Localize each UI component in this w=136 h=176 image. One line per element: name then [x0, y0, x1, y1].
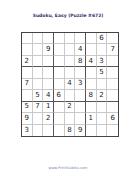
cell-r8c5-empty[interactable] — [65, 113, 76, 124]
cell-r4c5-empty[interactable] — [65, 67, 76, 78]
cell-r5c3-empty[interactable] — [43, 79, 54, 90]
cell-r8c1-given[interactable]: 9 — [22, 113, 33, 124]
cell-r3c4-empty[interactable] — [54, 56, 65, 67]
cell-r3c1-given[interactable]: 2 — [22, 56, 33, 67]
cell-r8c2-empty[interactable] — [33, 113, 44, 124]
cell-r1c5-empty[interactable] — [65, 33, 76, 44]
cell-r1c9-empty[interactable] — [107, 33, 118, 44]
cell-r8c3-given[interactable]: 2 — [43, 113, 54, 124]
cell-r1c1-empty[interactable] — [22, 33, 33, 44]
cell-r9c1-given[interactable]: 3 — [22, 125, 33, 136]
cell-r4c2-empty[interactable] — [33, 67, 44, 78]
cell-r9c2-empty[interactable] — [33, 125, 44, 136]
page-title: Sudoku, Easy (Puzzle #672) — [0, 13, 136, 19]
cell-r5c1-given[interactable]: 7 — [22, 79, 33, 90]
cell-r1c4-empty[interactable] — [54, 33, 65, 44]
cell-r1c6-empty[interactable] — [75, 33, 86, 44]
cell-r5c9-empty[interactable] — [107, 79, 118, 90]
cell-r7c5-given[interactable]: 2 — [65, 102, 76, 113]
cell-r6c1-empty[interactable] — [22, 90, 33, 101]
cell-r3c9-empty[interactable] — [107, 56, 118, 67]
cell-r4c7-empty[interactable] — [86, 67, 97, 78]
footer-url[interactable]: www.PrintSudoku.com — [0, 166, 136, 171]
cell-r8c6-empty[interactable] — [75, 113, 86, 124]
cell-r3c8-given[interactable]: 3 — [97, 56, 108, 67]
cell-r4c1-empty[interactable] — [22, 67, 33, 78]
cell-r9c7-empty[interactable] — [86, 125, 97, 136]
cell-r4c4-empty[interactable] — [54, 67, 65, 78]
cell-r3c3-empty[interactable] — [43, 56, 54, 67]
cell-r6c7-given[interactable]: 8 — [86, 90, 97, 101]
cell-r7c8-empty[interactable] — [97, 102, 108, 113]
cell-r6c6-empty[interactable] — [75, 90, 86, 101]
cell-r2c3-given[interactable]: 9 — [43, 44, 54, 55]
cell-r2c2-empty[interactable] — [33, 44, 44, 55]
cell-r4c6-empty[interactable] — [75, 67, 86, 78]
cell-r2c4-empty[interactable] — [54, 44, 65, 55]
cell-r9c4-empty[interactable] — [54, 125, 65, 136]
cell-r5c6-given[interactable]: 3 — [75, 79, 86, 90]
cell-r7c3-given[interactable]: 1 — [43, 102, 54, 113]
cell-r3c2-empty[interactable] — [33, 56, 44, 67]
cell-r7c2-given[interactable]: 7 — [33, 102, 44, 113]
cell-r4c8-given[interactable]: 5 — [97, 67, 108, 78]
cell-r2c5-empty[interactable] — [65, 44, 76, 55]
cell-r5c8-empty[interactable] — [97, 79, 108, 90]
cell-r1c2-empty[interactable] — [33, 33, 44, 44]
cell-r8c8-empty[interactable] — [97, 113, 108, 124]
sudoku-page: Sudoku, Easy (Puzzle #672) 6947284357435… — [0, 0, 136, 176]
cell-r9c3-empty[interactable] — [43, 125, 54, 136]
cell-r1c3-empty[interactable] — [43, 33, 54, 44]
cell-r3c5-empty[interactable] — [65, 56, 76, 67]
cell-r7c7-empty[interactable] — [86, 102, 97, 113]
cell-r3c7-given[interactable]: 4 — [86, 56, 97, 67]
cell-r9c8-empty[interactable] — [97, 125, 108, 136]
cell-r4c3-empty[interactable] — [43, 67, 54, 78]
cell-r6c4-given[interactable]: 6 — [54, 90, 65, 101]
cell-r8c9-given[interactable]: 6 — [107, 113, 118, 124]
cell-r8c4-empty[interactable] — [54, 113, 65, 124]
cell-r7c9-empty[interactable] — [107, 102, 118, 113]
cell-r9c6-given[interactable]: 9 — [75, 125, 86, 136]
cell-r7c1-given[interactable]: 5 — [22, 102, 33, 113]
cell-r2c6-given[interactable]: 4 — [75, 44, 86, 55]
cell-r9c9-empty[interactable] — [107, 125, 118, 136]
cell-r8c7-given[interactable]: 1 — [86, 113, 97, 124]
cell-r7c6-empty[interactable] — [75, 102, 86, 113]
cell-r6c2-given[interactable]: 5 — [33, 90, 44, 101]
cell-r2c7-empty[interactable] — [86, 44, 97, 55]
cell-r1c7-empty[interactable] — [86, 33, 97, 44]
sudoku-board: 6947284357435468257129216389 — [21, 32, 119, 137]
cell-r6c5-empty[interactable] — [65, 90, 76, 101]
cell-r1c8-given[interactable]: 6 — [97, 33, 108, 44]
cell-r5c2-empty[interactable] — [33, 79, 44, 90]
cell-r4c9-empty[interactable] — [107, 67, 118, 78]
cell-r2c9-given[interactable]: 7 — [107, 44, 118, 55]
cell-r6c8-given[interactable]: 2 — [97, 90, 108, 101]
cell-r9c5-given[interactable]: 8 — [65, 125, 76, 136]
cell-r5c5-given[interactable]: 4 — [65, 79, 76, 90]
cell-r5c7-empty[interactable] — [86, 79, 97, 90]
cell-r5c4-empty[interactable] — [54, 79, 65, 90]
cell-r3c6-given[interactable]: 8 — [75, 56, 86, 67]
cell-r2c1-empty[interactable] — [22, 44, 33, 55]
cell-r7c4-empty[interactable] — [54, 102, 65, 113]
cell-r2c8-empty[interactable] — [97, 44, 108, 55]
cell-r6c9-empty[interactable] — [107, 90, 118, 101]
cell-r6c3-given[interactable]: 4 — [43, 90, 54, 101]
